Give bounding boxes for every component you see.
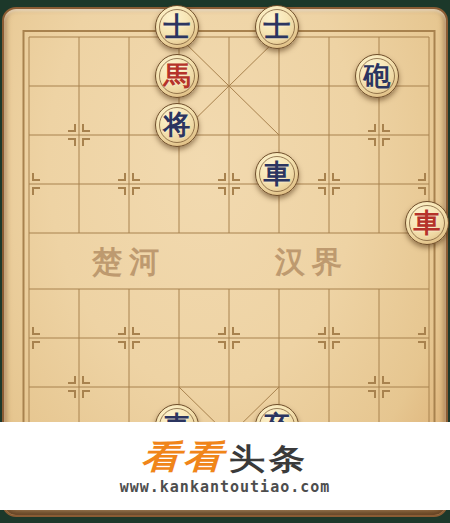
watermark-brand: 看看 头条 <box>141 437 309 477</box>
piece-glyph: 士 <box>164 5 191 49</box>
piece-glyph: 馬 <box>164 54 191 98</box>
piece-glyph: 将 <box>164 103 191 147</box>
watermark-banner: 看看 头条 www.kankantoutiao.com <box>0 422 450 510</box>
xiangqi-app-screenshot: 楚河 汉界 士士馬砲将車車車卒 看看 头条 www.kankantoutiao.… <box>0 0 450 523</box>
piece-black-cannon[interactable]: 砲 <box>355 54 399 98</box>
piece-red-horse[interactable]: 馬 <box>155 54 199 98</box>
watermark-url: www.kankantoutiao.com <box>120 478 331 496</box>
piece-glyph: 車 <box>264 152 291 196</box>
piece-black-advisor[interactable]: 士 <box>255 5 299 49</box>
piece-red-chariot[interactable]: 車 <box>405 201 449 245</box>
piece-glyph: 砲 <box>364 54 391 98</box>
piece-glyph: 車 <box>414 201 441 245</box>
piece-black-chariot[interactable]: 車 <box>255 152 299 196</box>
piece-black-advisor[interactable]: 士 <box>155 5 199 49</box>
piece-glyph: 士 <box>264 5 291 49</box>
river-label-chuhe: 楚河 <box>92 245 166 279</box>
river-label-hanjie: 汉界 <box>275 245 349 279</box>
watermark-brand-orange: 看看 <box>141 440 225 473</box>
piece-black-general[interactable]: 将 <box>155 103 199 147</box>
watermark-brand-dark: 头条 <box>229 444 309 474</box>
